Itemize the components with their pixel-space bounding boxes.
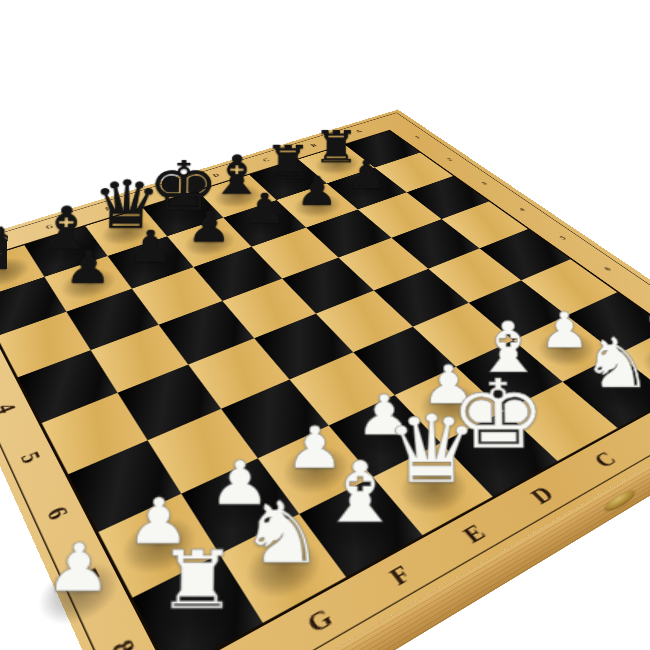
- pawn-glyph: ♟: [44, 536, 113, 599]
- knight-glyph: ♞: [0, 222, 34, 278]
- pawn-glyph: ♟: [64, 246, 112, 289]
- pawn-glyph: ♟: [346, 156, 387, 193]
- chessboard: HHGGFFEEDDCCBBAA1122334455667788 ♜♞♚♛♝♞♜…: [0, 110, 650, 650]
- scene: HHGGFFEEDDCCBBAA1122334455667788 ♜♞♚♛♝♞♜…: [0, 0, 650, 650]
- pawn-glyph: ♟: [187, 207, 232, 247]
- board-3d-wrap: HHGGFFEEDDCCBBAA1122334455667788 ♜♞♚♛♝♞♜…: [0, 110, 650, 650]
- pieces-layer: ♜♞♚♛♝♞♜♟♝♟♟♟♟♟♟♞♝♛♚♝♜♜♟♟♟♟♟♟: [0, 110, 650, 650]
- knight-glyph: ♞: [581, 331, 650, 397]
- bishop-glyph: ♝: [317, 453, 403, 533]
- rook-glyph: ♜: [156, 543, 238, 619]
- knight-glyph: ♞: [239, 493, 326, 574]
- photo-canvas: HHGGFFEEDDCCBBAA1122334455667788 ♜♞♚♛♝♞♜…: [0, 0, 650, 650]
- pawn-glyph: ♟: [243, 189, 286, 228]
- pawn-glyph: ♟: [127, 226, 173, 268]
- pawn-glyph: ♟: [296, 172, 338, 210]
